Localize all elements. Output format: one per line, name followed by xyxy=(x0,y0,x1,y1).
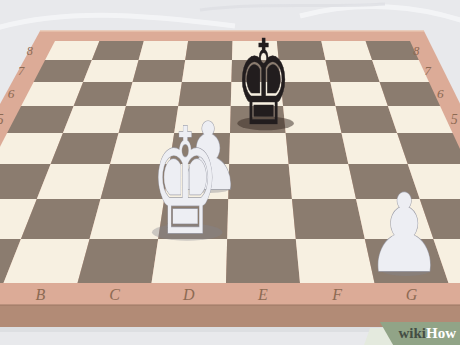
watermark-how-text: How xyxy=(426,326,456,341)
square-c8 xyxy=(139,41,189,60)
square-h8 xyxy=(366,41,419,60)
square-g4 xyxy=(342,133,408,164)
square-f1 xyxy=(296,239,375,283)
watermark-wiki-text: wiki xyxy=(398,326,426,341)
square-d7 xyxy=(182,60,232,82)
file-label-d: D xyxy=(182,286,195,303)
square-g8 xyxy=(321,41,372,60)
file-label-f: F xyxy=(331,286,342,303)
square-b7 xyxy=(83,60,138,82)
square-f3 xyxy=(289,164,356,199)
rank-label-left-5: 5 xyxy=(0,112,4,127)
file-label-c: C xyxy=(109,286,120,303)
square-g7 xyxy=(325,60,379,82)
piece-white-pawn-g1: ♟ xyxy=(365,170,442,296)
square-g5 xyxy=(336,106,398,133)
board-svg: ABCDEFGH1122334455667788♚♟♚♟ xyxy=(0,0,460,345)
rank-label-left-6: 6 xyxy=(8,86,15,101)
rank-label-right-5: 5 xyxy=(451,112,458,127)
square-g6 xyxy=(330,82,388,106)
square-e1 xyxy=(226,239,300,283)
file-label-b: B xyxy=(36,286,46,303)
rank-label-right-7: 7 xyxy=(424,64,431,78)
square-h4 xyxy=(397,133,460,164)
piece-white-king: ♚ xyxy=(151,96,220,268)
square-b5 xyxy=(63,106,126,133)
rank-label-left-7: 7 xyxy=(18,64,25,78)
chess-illustration: ABCDEFGH1122334455667788♚♟♚♟ wikiHow xyxy=(0,0,460,345)
square-f5 xyxy=(283,106,341,133)
piece-black-king: ♚ xyxy=(236,15,291,152)
square-b6 xyxy=(74,82,133,106)
wikihow-watermark: wikiHow xyxy=(358,322,460,345)
rank-label-right-6: 6 xyxy=(437,86,444,101)
square-f4 xyxy=(286,133,349,164)
rank-label-left-8: 8 xyxy=(27,44,33,58)
square-d8 xyxy=(185,41,232,60)
square-c7 xyxy=(133,60,186,82)
square-f2 xyxy=(292,199,365,239)
rank-label-right-8: 8 xyxy=(413,44,419,58)
square-b8 xyxy=(92,41,144,60)
square-c1 xyxy=(78,239,159,283)
file-label-e: E xyxy=(257,286,268,303)
